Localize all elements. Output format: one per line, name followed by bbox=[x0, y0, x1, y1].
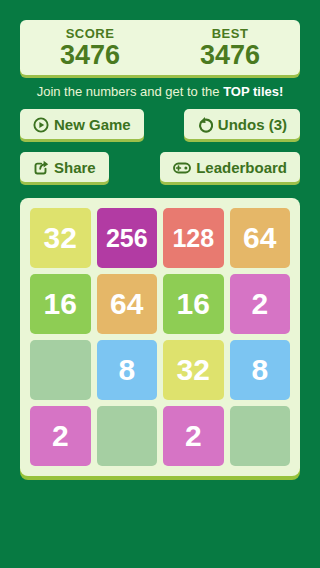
tile-2: 2 bbox=[30, 406, 91, 466]
best-box: BEST 3476 bbox=[160, 20, 300, 75]
empty-cell bbox=[97, 406, 158, 466]
tile-2: 2 bbox=[230, 274, 291, 334]
tile-256: 256 bbox=[97, 208, 158, 268]
instruction-highlight: TOP tiles! bbox=[223, 84, 283, 99]
undo-icon bbox=[197, 117, 213, 133]
score-box: SCORE 3476 bbox=[20, 20, 160, 75]
undos-button[interactable]: Undos (3) bbox=[184, 109, 300, 139]
tile-32: 32 bbox=[30, 208, 91, 268]
empty-cell bbox=[30, 340, 91, 400]
game-board[interactable]: 32256128641664162832822 bbox=[20, 198, 300, 476]
gamepad-icon bbox=[173, 160, 191, 176]
tile-16: 16 bbox=[163, 274, 224, 334]
play-circle-icon bbox=[33, 117, 49, 133]
tile-128: 128 bbox=[163, 208, 224, 268]
tile-2: 2 bbox=[163, 406, 224, 466]
score-panel: SCORE 3476 BEST 3476 bbox=[20, 20, 300, 75]
tile-32: 32 bbox=[163, 340, 224, 400]
tile-8: 8 bbox=[230, 340, 291, 400]
empty-cell bbox=[230, 406, 291, 466]
tile-64: 64 bbox=[230, 208, 291, 268]
leaderboard-label: Leaderboard bbox=[196, 159, 287, 176]
score-value: 3476 bbox=[60, 41, 120, 70]
new-game-button[interactable]: New Game bbox=[20, 109, 144, 139]
new-game-label: New Game bbox=[54, 116, 131, 133]
leaderboard-button[interactable]: Leaderboard bbox=[160, 152, 300, 182]
instruction-text: Join the numbers and get to the TOP tile… bbox=[0, 84, 320, 100]
share-button[interactable]: Share bbox=[20, 152, 109, 182]
best-label: BEST bbox=[212, 26, 249, 41]
toolbar-row-1: New Game Undos (3) bbox=[20, 109, 300, 139]
undos-label: Undos (3) bbox=[218, 116, 287, 133]
best-value: 3476 bbox=[200, 41, 260, 70]
score-label: SCORE bbox=[66, 26, 115, 41]
tile-16: 16 bbox=[30, 274, 91, 334]
toolbar-row-2: Share Leaderboard bbox=[20, 152, 300, 182]
instruction-prefix: Join the numbers and get to the bbox=[37, 84, 223, 99]
share-icon bbox=[33, 160, 49, 176]
tile-64: 64 bbox=[97, 274, 158, 334]
tile-8: 8 bbox=[97, 340, 158, 400]
share-label: Share bbox=[54, 159, 96, 176]
